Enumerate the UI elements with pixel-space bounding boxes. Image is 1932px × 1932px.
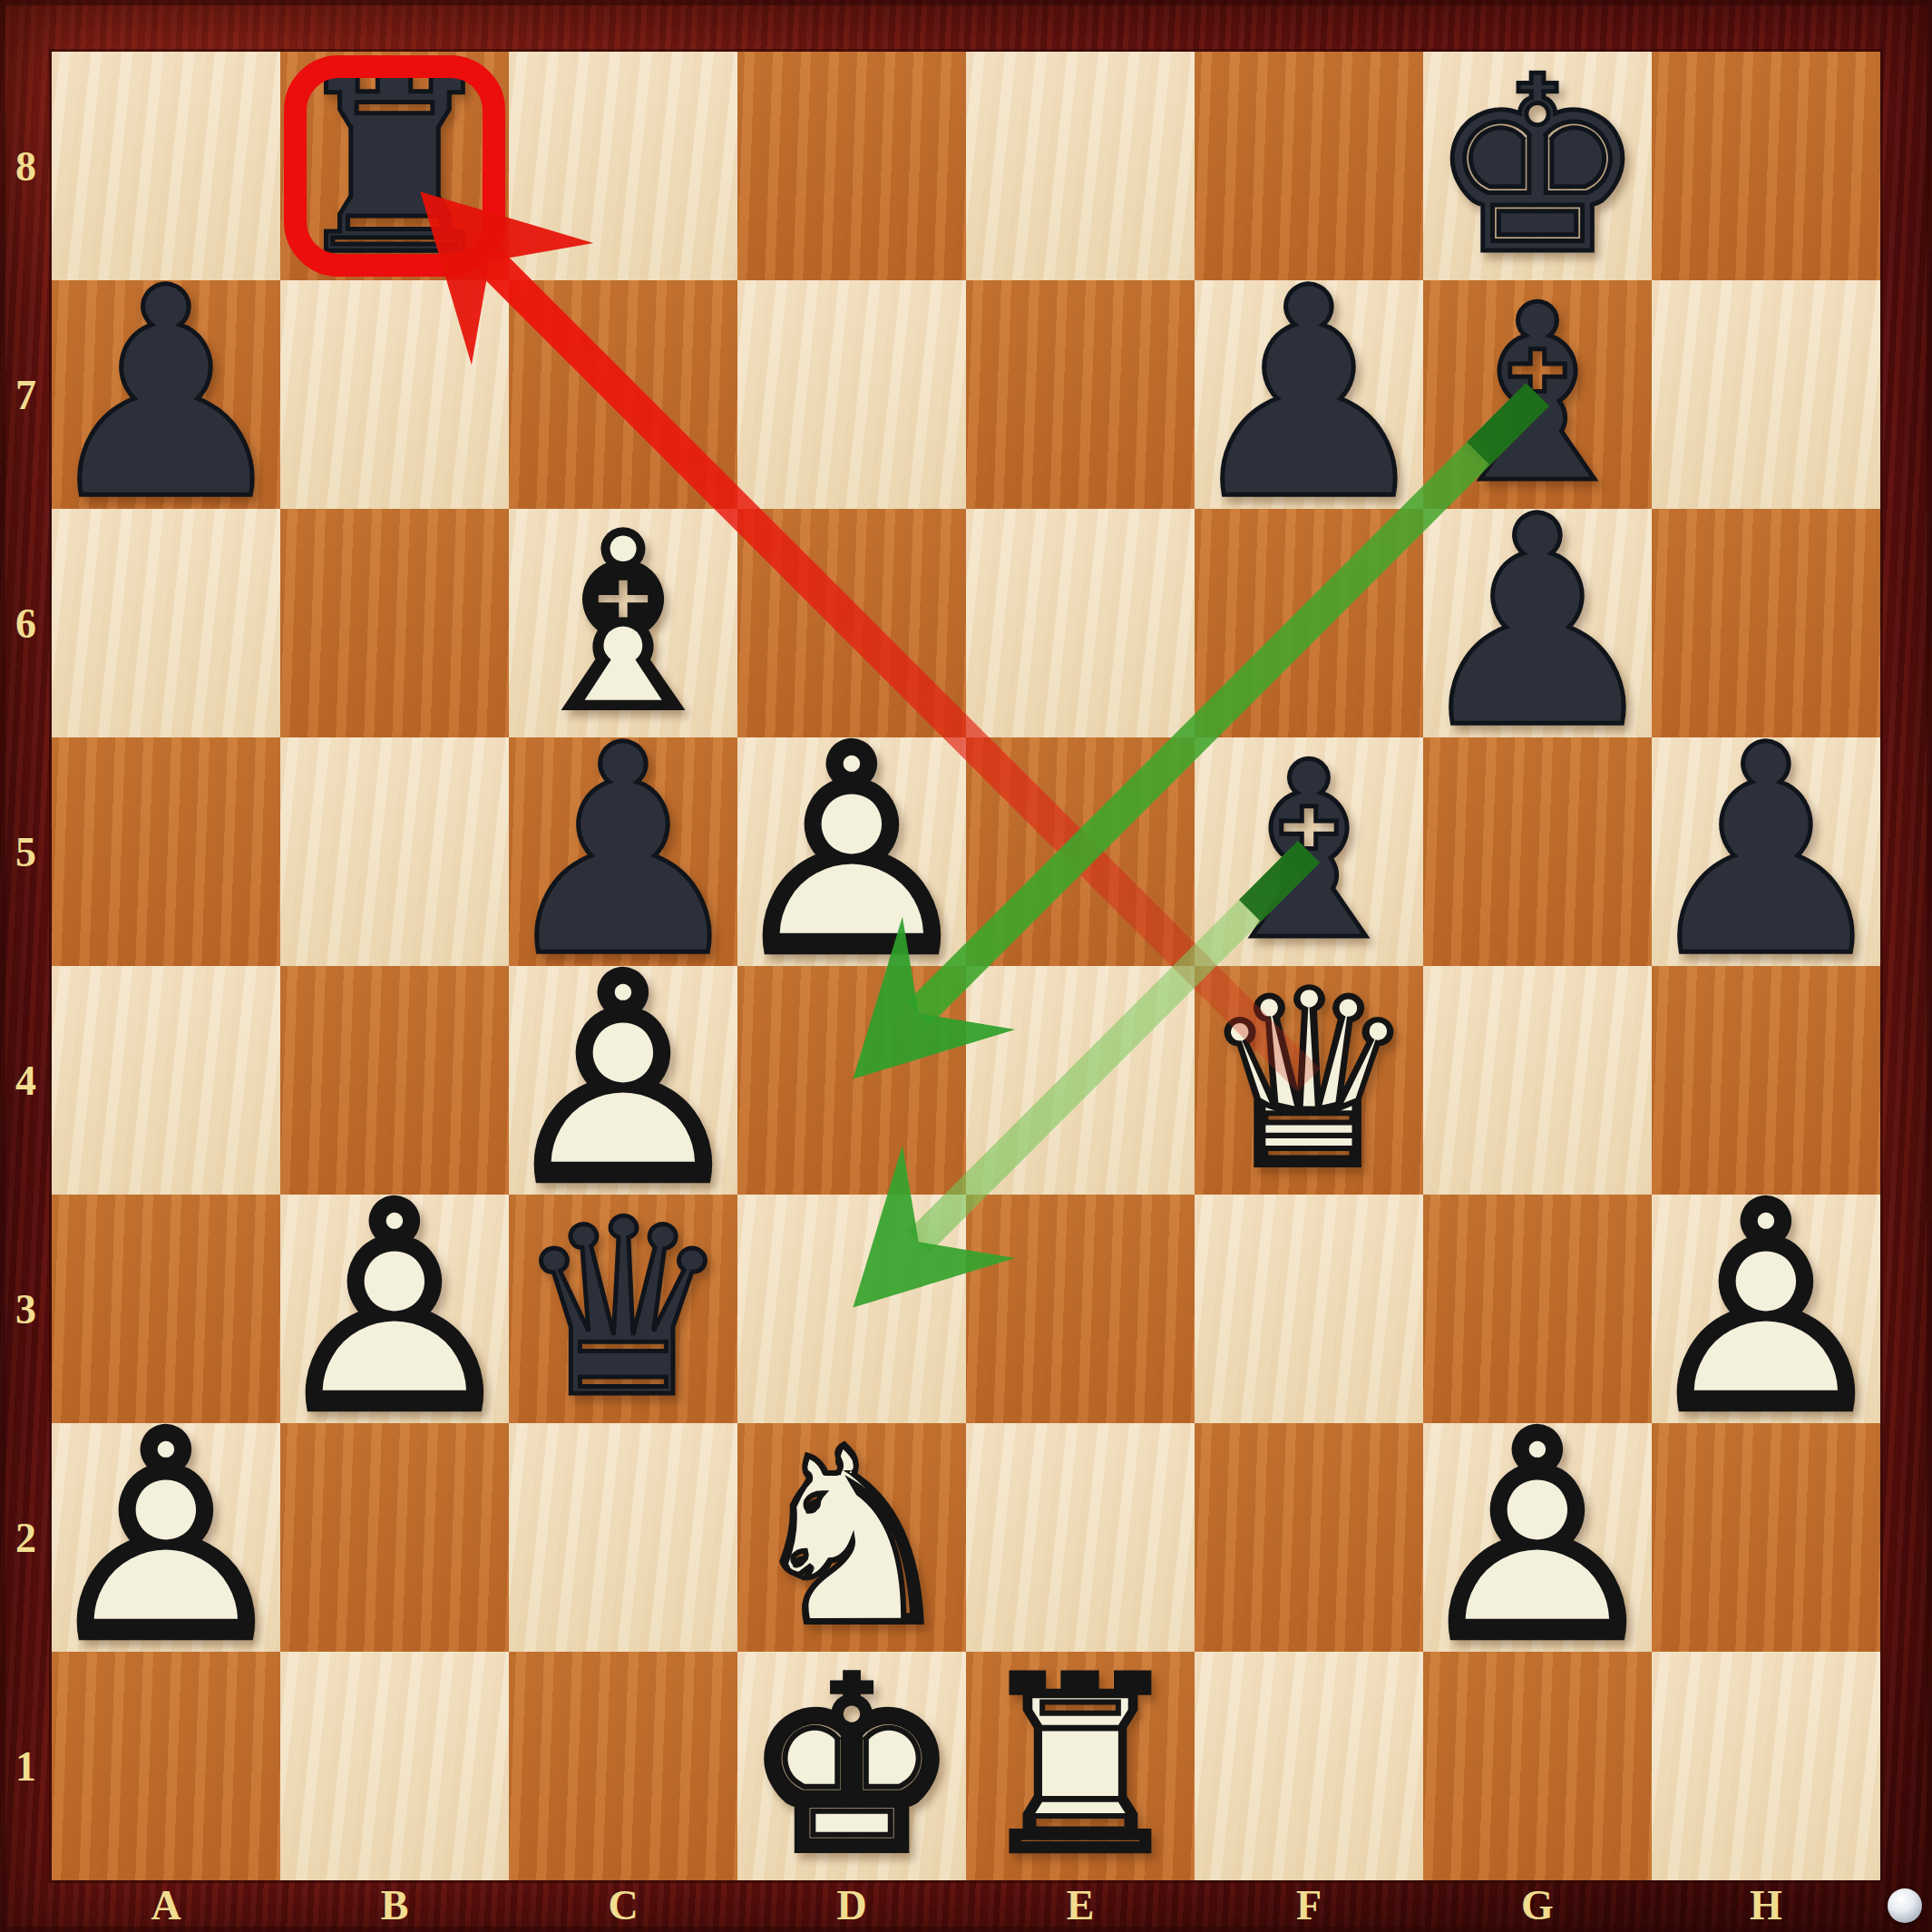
square-g4[interactable] — [1423, 966, 1652, 1195]
square-e4[interactable] — [966, 966, 1195, 1195]
piece-black-pawn-f7[interactable]: ♟ — [1195, 280, 1423, 509]
square-b5[interactable] — [280, 737, 509, 966]
black-queen-glyph: ♛ — [509, 1195, 737, 1423]
square-g6[interactable]: ♟ — [1423, 509, 1652, 737]
piece-white-rook-e1[interactable]: ♜♖ — [966, 1652, 1195, 1880]
square-e5[interactable] — [966, 737, 1195, 966]
square-f1[interactable] — [1195, 1652, 1423, 1880]
rank-labels: 87654321 — [0, 52, 52, 1880]
square-c8[interactable] — [509, 52, 737, 280]
square-b8[interactable]: ♜ — [280, 52, 509, 280]
piece-white-pawn-b3[interactable]: ♟♙ — [280, 1195, 509, 1423]
square-f6[interactable] — [1195, 509, 1423, 737]
square-a6[interactable] — [52, 509, 280, 737]
square-d8[interactable] — [737, 52, 966, 280]
square-d7[interactable] — [737, 280, 966, 509]
square-c4[interactable]: ♟♙ — [509, 966, 737, 1195]
square-a2[interactable]: ♟♙ — [52, 1423, 280, 1652]
square-f4[interactable]: ♛♕ — [1195, 966, 1423, 1195]
square-h2[interactable] — [1652, 1423, 1880, 1652]
file-labels: ABCDEFGH — [52, 1880, 1880, 1930]
square-d1[interactable]: ♚♔ — [737, 1652, 966, 1880]
square-a1[interactable] — [52, 1652, 280, 1880]
rank-label-1: 1 — [0, 1652, 52, 1880]
piece-black-bishop-f5[interactable]: ♝ — [1195, 737, 1423, 966]
piece-black-rook-b8[interactable]: ♜ — [280, 52, 509, 280]
square-b1[interactable] — [280, 1652, 509, 1880]
square-f3[interactable] — [1195, 1195, 1423, 1423]
black-pawn-glyph: ♟ — [1652, 737, 1880, 966]
square-b2[interactable] — [280, 1423, 509, 1652]
piece-black-king-g8[interactable]: ♚ — [1423, 52, 1652, 280]
square-c3[interactable]: ♛ — [509, 1195, 737, 1423]
square-c1[interactable] — [509, 1652, 737, 1880]
square-c7[interactable] — [509, 280, 737, 509]
rank-label-7: 7 — [0, 280, 52, 509]
square-h5[interactable]: ♟ — [1652, 737, 1880, 966]
black-bishop-glyph: ♝ — [1195, 737, 1423, 966]
file-label-f: F — [1195, 1880, 1423, 1930]
square-h1[interactable] — [1652, 1652, 1880, 1880]
square-f2[interactable] — [1195, 1423, 1423, 1652]
square-g8[interactable]: ♚ — [1423, 52, 1652, 280]
rank-label-2: 2 — [0, 1423, 52, 1652]
square-e2[interactable] — [966, 1423, 1195, 1652]
piece-black-queen-c3[interactable]: ♛ — [509, 1195, 737, 1423]
piece-white-pawn-h3[interactable]: ♟♙ — [1652, 1195, 1880, 1423]
square-d2[interactable]: ♞♘ — [737, 1423, 966, 1652]
black-pawn-glyph: ♟ — [1423, 509, 1652, 737]
chess-diagram: ♜♚♟♟♝♝♗♟♟♟♙♝♟♟♙♛♕♟♙♛♟♙♟♙♞♘♟♙♚♔♜♖ ABCDEFG… — [0, 0, 1932, 1932]
square-d5[interactable]: ♟♙ — [737, 737, 966, 966]
white-pawn-outline: ♙ — [509, 966, 737, 1195]
square-d4[interactable] — [737, 966, 966, 1195]
piece-white-king-d1[interactable]: ♚♔ — [737, 1652, 966, 1880]
piece-black-pawn-g6[interactable]: ♟ — [1423, 509, 1652, 737]
square-g5[interactable] — [1423, 737, 1652, 966]
square-e3[interactable] — [966, 1195, 1195, 1423]
rank-label-4: 4 — [0, 966, 52, 1195]
square-d3[interactable] — [737, 1195, 966, 1423]
square-f7[interactable]: ♟ — [1195, 280, 1423, 509]
piece-black-pawn-a7[interactable]: ♟ — [52, 280, 280, 509]
square-b3[interactable]: ♟♙ — [280, 1195, 509, 1423]
file-label-a: A — [52, 1880, 280, 1930]
square-e8[interactable] — [966, 52, 1195, 280]
file-label-g: G — [1423, 1880, 1652, 1930]
white-pawn-outline: ♙ — [1652, 1195, 1880, 1423]
file-label-b: B — [280, 1880, 509, 1930]
square-a7[interactable]: ♟ — [52, 280, 280, 509]
rank-label-8: 8 — [0, 52, 52, 280]
square-e6[interactable] — [966, 509, 1195, 737]
white-pawn-outline: ♙ — [52, 1423, 280, 1652]
square-g2[interactable]: ♟♙ — [1423, 1423, 1652, 1652]
square-c2[interactable] — [509, 1423, 737, 1652]
white-king-outline: ♔ — [737, 1652, 966, 1880]
black-king-glyph: ♚ — [1423, 52, 1652, 280]
square-a4[interactable] — [52, 966, 280, 1195]
square-f5[interactable]: ♝ — [1195, 737, 1423, 966]
white-queen-outline: ♕ — [1195, 966, 1423, 1195]
piece-black-pawn-h5[interactable]: ♟ — [1652, 737, 1880, 966]
side-to-move-indicator — [1888, 1888, 1922, 1923]
piece-white-pawn-d5[interactable]: ♟♙ — [737, 737, 966, 966]
black-pawn-glyph: ♟ — [52, 280, 280, 509]
white-rook-outline: ♖ — [966, 1652, 1195, 1880]
rank-label-5: 5 — [0, 737, 52, 966]
piece-white-pawn-c4[interactable]: ♟♙ — [509, 966, 737, 1195]
square-h8[interactable] — [1652, 52, 1880, 280]
white-pawn-outline: ♙ — [280, 1195, 509, 1423]
white-pawn-outline: ♙ — [737, 737, 966, 966]
file-label-h: H — [1652, 1880, 1880, 1930]
square-g1[interactable] — [1423, 1652, 1652, 1880]
black-rook-glyph: ♜ — [280, 52, 509, 280]
black-pawn-glyph: ♟ — [1195, 280, 1423, 509]
square-e7[interactable] — [966, 280, 1195, 509]
rank-label-6: 6 — [0, 509, 52, 737]
piece-white-pawn-a2[interactable]: ♟♙ — [52, 1423, 280, 1652]
square-a5[interactable] — [52, 737, 280, 966]
piece-white-knight-d2[interactable]: ♞♘ — [737, 1423, 966, 1652]
rank-label-3: 3 — [0, 1195, 52, 1423]
piece-white-queen-f4[interactable]: ♛♕ — [1195, 966, 1423, 1195]
chess-board: ♜♚♟♟♝♝♗♟♟♟♙♝♟♟♙♛♕♟♙♛♟♙♟♙♞♘♟♙♚♔♜♖ — [52, 52, 1880, 1880]
piece-white-pawn-g2[interactable]: ♟♙ — [1423, 1423, 1652, 1652]
square-b7[interactable] — [280, 280, 509, 509]
white-knight-outline: ♘ — [737, 1423, 966, 1652]
square-h3[interactable]: ♟♙ — [1652, 1195, 1880, 1423]
square-e1[interactable]: ♜♖ — [966, 1652, 1195, 1880]
square-b6[interactable] — [280, 509, 509, 737]
file-label-d: D — [737, 1880, 966, 1930]
white-pawn-outline: ♙ — [1423, 1423, 1652, 1652]
file-label-e: E — [966, 1880, 1195, 1930]
square-h7[interactable] — [1652, 280, 1880, 509]
file-label-c: C — [509, 1880, 737, 1930]
